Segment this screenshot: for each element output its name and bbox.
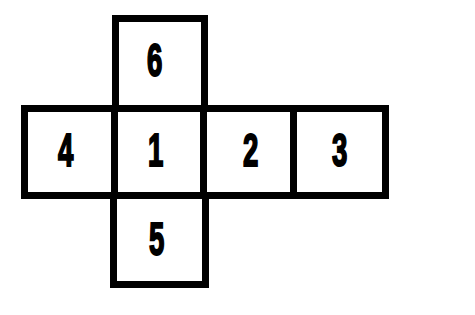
net-cell-face-2: 2 [200,105,297,199]
face-number-1: 1 [148,127,163,173]
face-number-3: 3 [332,127,347,173]
net-cell-face-4: 4 [21,105,118,199]
cube-net-board: 6 4 1 2 3 5 [0,0,475,315]
face-number-5: 5 [149,216,164,262]
face-number-2: 2 [243,127,258,173]
net-cell-face-3: 3 [290,105,389,199]
net-cell-face-5: 5 [110,192,209,288]
net-cell-face-1: 1 [111,105,207,199]
face-number-4: 4 [58,127,73,173]
face-number-6: 6 [147,37,162,83]
net-cell-face-6: 6 [112,15,208,112]
